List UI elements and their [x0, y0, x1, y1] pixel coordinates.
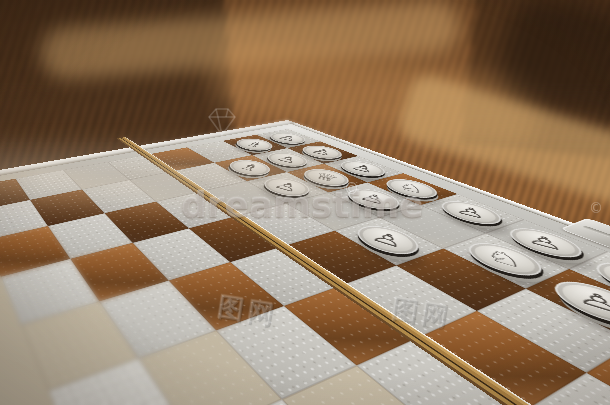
- photo-stage: ♙♙♙♘♙♙♗♗♙♕♙♘♙♗♙♙ dreamstime © © 图网 图网: [0, 0, 610, 405]
- depth-blur-top: [0, 0, 610, 150]
- depth-blur-bottom-left: [0, 225, 280, 405]
